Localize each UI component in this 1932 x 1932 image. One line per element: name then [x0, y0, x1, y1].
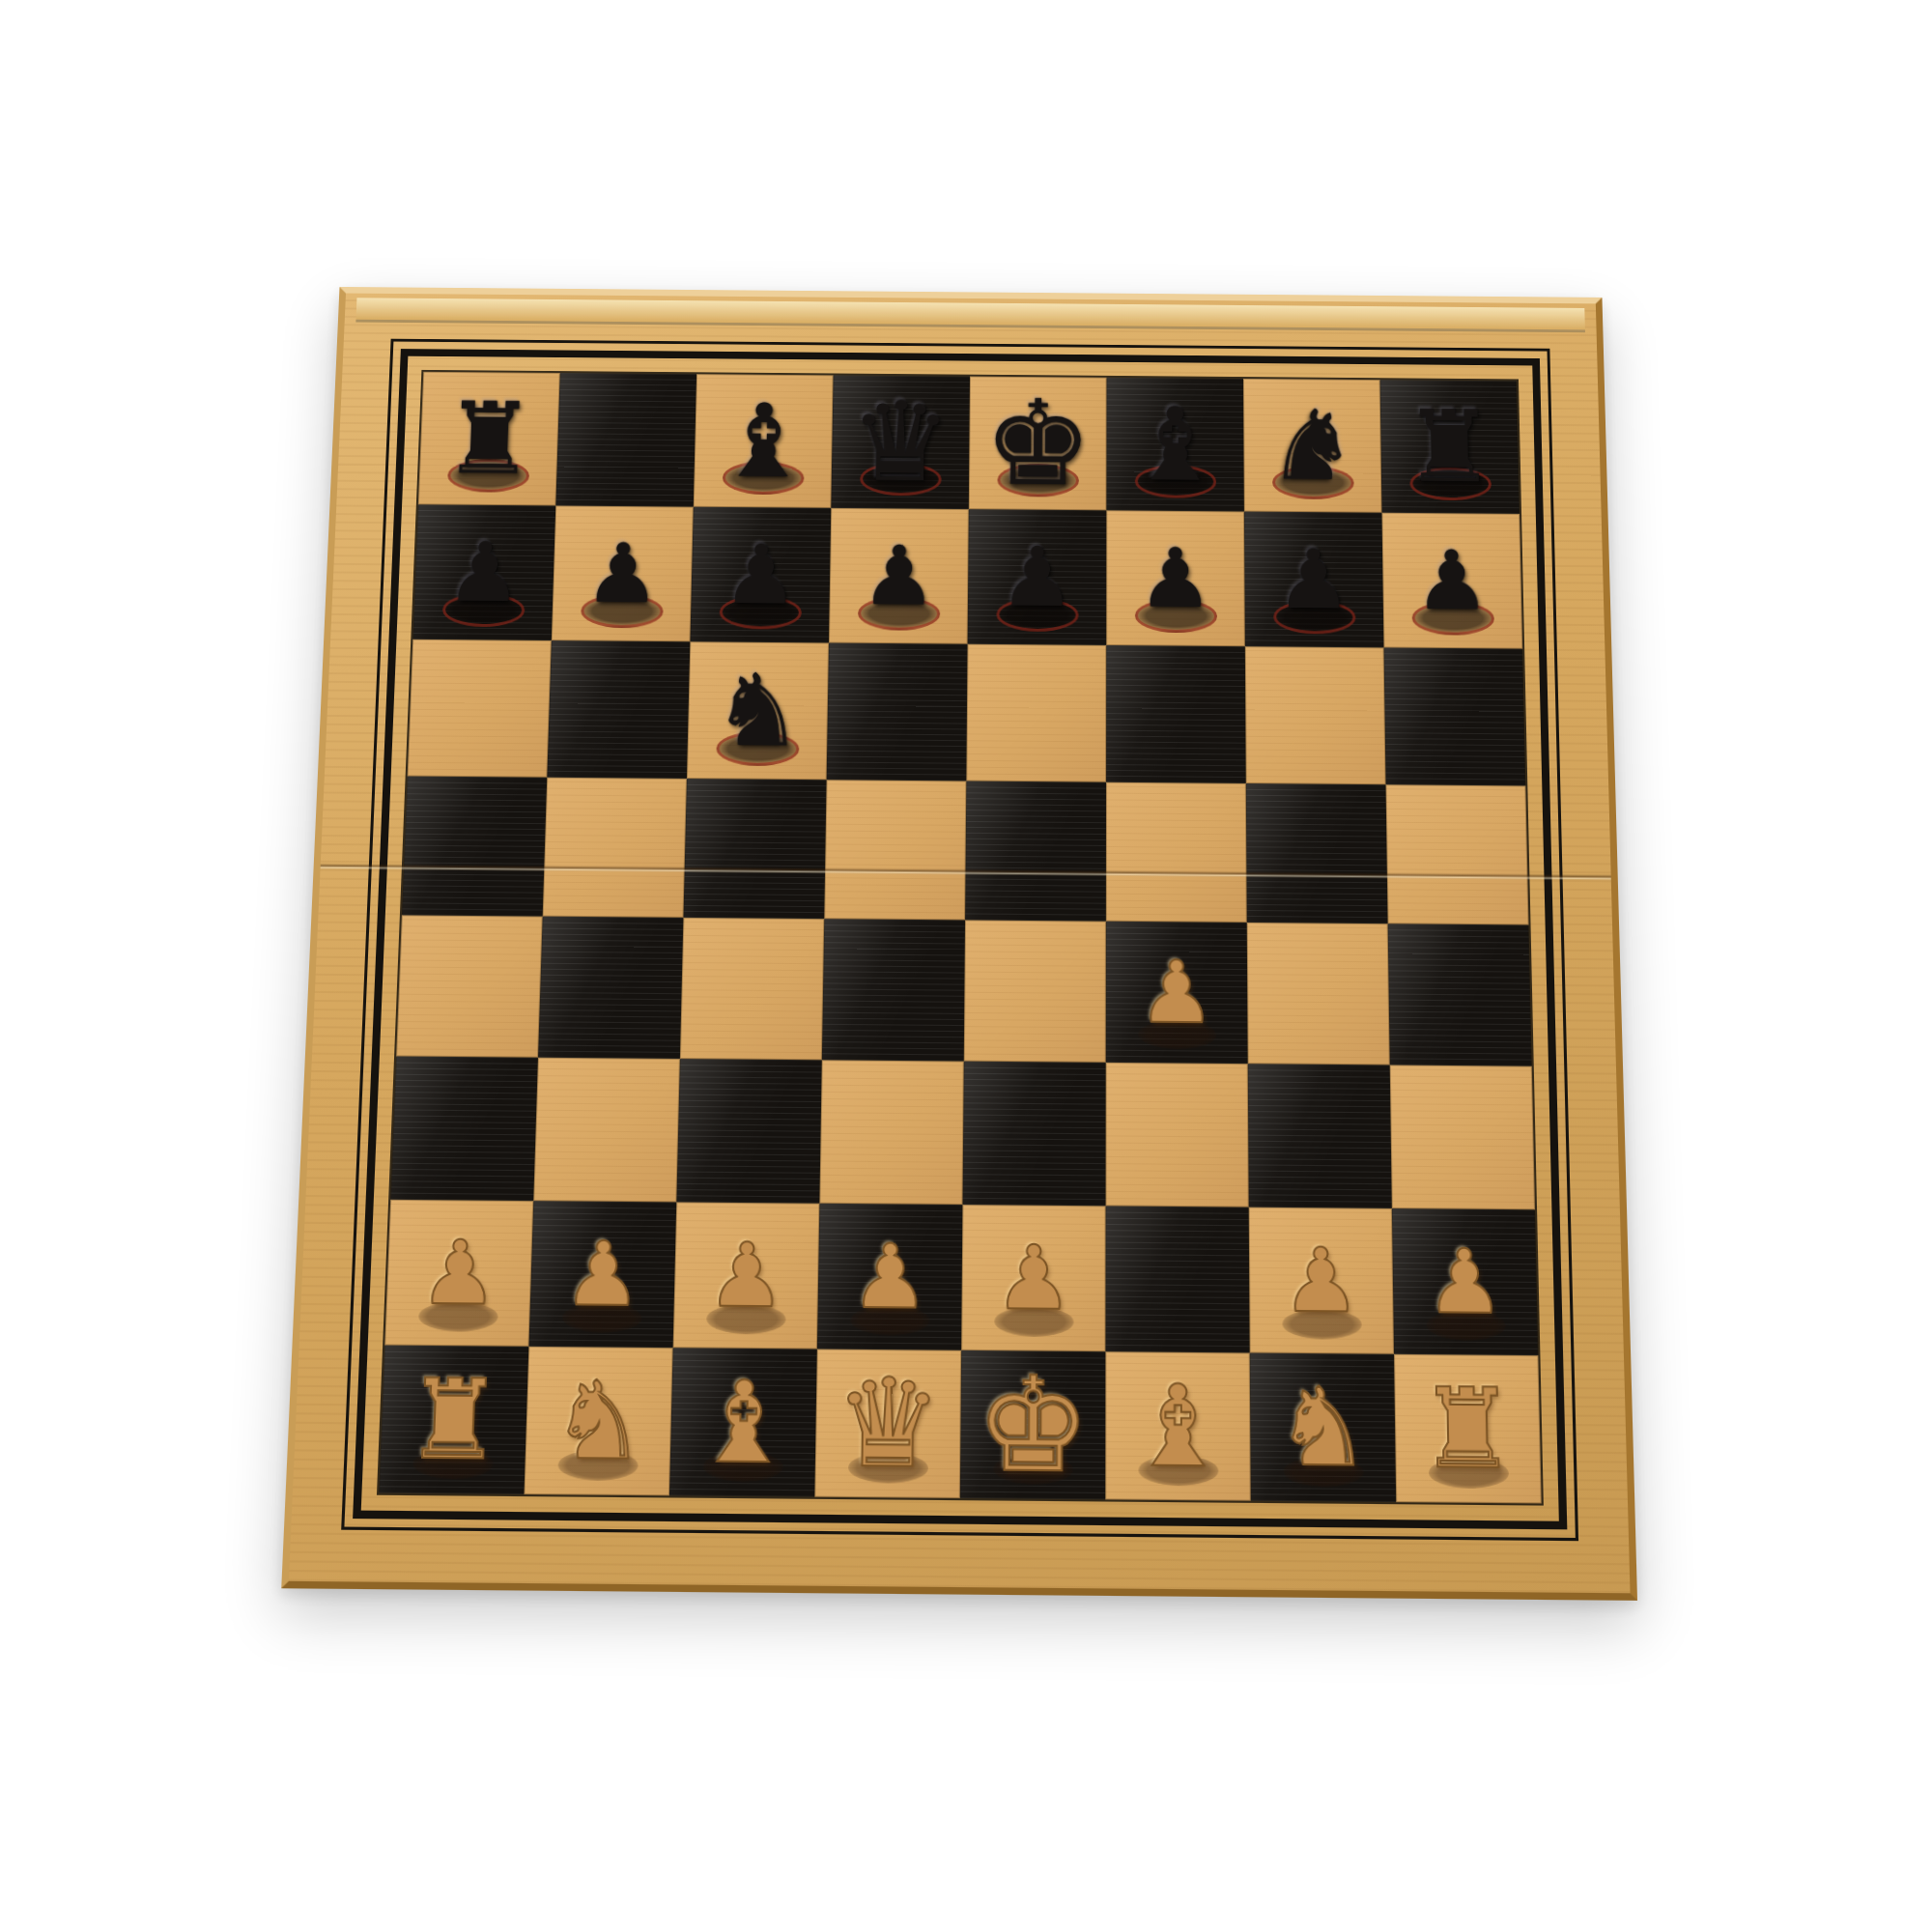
square-d6[interactable] [827, 643, 968, 781]
piece-black-bishop[interactable]: ♝ [1106, 378, 1244, 512]
square-e8[interactable]: ♚ [969, 377, 1107, 511]
square-f7[interactable]: ♟ [1106, 510, 1245, 646]
square-b1[interactable]: ♞ [524, 1347, 672, 1495]
square-h3[interactable] [1390, 1065, 1535, 1209]
square-a2[interactable]: ♟ [384, 1200, 533, 1347]
square-f3[interactable] [1106, 1063, 1249, 1207]
piece-black-queen[interactable]: ♛ [831, 375, 970, 509]
piece-white-knight[interactable]: ♞ [1250, 1352, 1397, 1502]
square-e4[interactable] [964, 920, 1106, 1062]
square-g5[interactable] [1246, 783, 1388, 923]
square-g4[interactable] [1247, 923, 1390, 1065]
piece-white-rook[interactable]: ♜ [1394, 1354, 1542, 1504]
square-g7[interactable]: ♟ [1244, 512, 1384, 648]
square-b2[interactable]: ♟ [528, 1201, 676, 1348]
piece-black-rook[interactable]: ♜ [418, 372, 560, 506]
square-b5[interactable] [543, 778, 687, 918]
square-c4[interactable] [680, 918, 824, 1060]
square-g1[interactable]: ♞ [1250, 1352, 1397, 1502]
square-a7[interactable]: ♟ [412, 504, 555, 640]
piece-white-bishop[interactable]: ♝ [1105, 1351, 1250, 1501]
square-e7[interactable]: ♟ [968, 509, 1107, 645]
square-d3[interactable] [819, 1060, 963, 1205]
square-g6[interactable] [1245, 646, 1386, 784]
square-a4[interactable] [396, 915, 543, 1057]
piece-black-pawn[interactable]: ♟ [552, 505, 694, 641]
square-f5[interactable] [1106, 782, 1247, 923]
piece-black-king[interactable]: ♚ [969, 377, 1107, 511]
square-e6[interactable] [966, 644, 1106, 782]
piece-white-pawn[interactable]: ♟ [961, 1205, 1105, 1351]
square-h7[interactable]: ♟ [1381, 513, 1522, 649]
piece-black-knight[interactable]: ♞ [687, 641, 829, 780]
square-e3[interactable] [962, 1062, 1105, 1207]
square-c3[interactable] [676, 1059, 822, 1204]
piece-black-knight[interactable]: ♞ [1243, 379, 1381, 513]
piece-black-rook[interactable]: ♜ [1380, 380, 1520, 514]
square-h4[interactable] [1388, 923, 1532, 1066]
square-f8[interactable]: ♝ [1106, 378, 1244, 512]
square-a3[interactable] [390, 1056, 538, 1201]
piece-black-pawn[interactable]: ♟ [1244, 512, 1384, 648]
piece-white-pawn[interactable]: ♟ [528, 1201, 676, 1348]
square-g2[interactable]: ♟ [1249, 1207, 1394, 1354]
board-outer-border-line: ♜♝♛♚♝♞♜♟♟♟♟♟♟♟♟♞♟♟♟♟♟♟♟♟♜♞♝♛♚♝♞♜ [341, 339, 1578, 1542]
piece-white-queen[interactable]: ♛ [814, 1350, 961, 1499]
square-h6[interactable] [1383, 647, 1525, 785]
square-c1[interactable]: ♝ [669, 1348, 817, 1496]
square-c5[interactable] [683, 779, 826, 919]
square-f6[interactable] [1106, 645, 1246, 783]
piece-white-pawn[interactable]: ♟ [1249, 1207, 1394, 1354]
square-g3[interactable] [1248, 1064, 1392, 1208]
piece-white-pawn[interactable]: ♟ [1392, 1208, 1539, 1355]
square-c8[interactable]: ♝ [694, 374, 834, 508]
piece-white-pawn[interactable]: ♟ [1106, 922, 1248, 1064]
square-f4[interactable]: ♟ [1106, 922, 1248, 1064]
piece-black-pawn[interactable]: ♟ [412, 504, 555, 640]
square-e1[interactable]: ♚ [960, 1350, 1106, 1500]
square-h1[interactable]: ♜ [1394, 1354, 1542, 1504]
piece-black-pawn[interactable]: ♟ [968, 509, 1107, 645]
square-d7[interactable]: ♟ [829, 508, 969, 644]
square-h8[interactable]: ♜ [1380, 380, 1520, 514]
piece-white-pawn[interactable]: ♟ [817, 1204, 963, 1350]
piece-white-king[interactable]: ♚ [960, 1350, 1106, 1500]
square-a1[interactable]: ♜ [379, 1346, 528, 1494]
square-f1[interactable]: ♝ [1105, 1351, 1250, 1501]
square-c6[interactable]: ♞ [687, 641, 829, 780]
square-a5[interactable] [402, 776, 547, 916]
chess-board: ♜♝♛♚♝♞♜♟♟♟♟♟♟♟♟♞♟♟♟♟♟♟♟♟♜♞♝♛♚♝♞♜ [281, 287, 1637, 1601]
square-b6[interactable] [547, 640, 690, 779]
square-d2[interactable]: ♟ [817, 1204, 963, 1350]
square-e5[interactable] [965, 781, 1106, 921]
piece-white-knight[interactable]: ♞ [524, 1347, 672, 1495]
photo-scene: ♜♝♛♚♝♞♜♟♟♟♟♟♟♟♟♞♟♟♟♟♟♟♟♟♜♞♝♛♚♝♞♜ [0, 0, 1932, 1932]
square-b4[interactable] [538, 917, 683, 1059]
square-c2[interactable]: ♟ [673, 1202, 820, 1349]
square-g8[interactable]: ♞ [1243, 379, 1381, 513]
piece-black-pawn[interactable]: ♟ [1106, 510, 1245, 646]
piece-white-rook[interactable]: ♜ [379, 1346, 528, 1494]
piece-black-pawn[interactable]: ♟ [690, 507, 831, 643]
piece-black-pawn[interactable]: ♟ [829, 508, 969, 644]
piece-black-bishop[interactable]: ♝ [694, 374, 834, 508]
square-a8[interactable]: ♜ [418, 372, 560, 506]
square-d8[interactable]: ♛ [831, 375, 970, 509]
square-b7[interactable]: ♟ [552, 505, 694, 641]
square-a6[interactable] [408, 639, 552, 778]
square-c7[interactable]: ♟ [690, 507, 831, 643]
square-b8[interactable] [555, 373, 696, 507]
piece-white-pawn[interactable]: ♟ [673, 1202, 820, 1349]
piece-black-pawn[interactable]: ♟ [1381, 513, 1522, 649]
board-grid: ♜♝♛♚♝♞♜♟♟♟♟♟♟♟♟♞♟♟♟♟♟♟♟♟♜♞♝♛♚♝♞♜ [377, 370, 1544, 1506]
square-h2[interactable]: ♟ [1392, 1208, 1539, 1355]
board-inner-border-line: ♜♝♛♚♝♞♜♟♟♟♟♟♟♟♟♞♟♟♟♟♟♟♟♟♜♞♝♛♚♝♞♜ [353, 349, 1567, 1529]
square-e2[interactable]: ♟ [961, 1205, 1105, 1351]
square-d1[interactable]: ♛ [814, 1350, 961, 1499]
square-h5[interactable] [1386, 784, 1529, 924]
piece-white-pawn[interactable]: ♟ [384, 1200, 533, 1347]
piece-white-bishop[interactable]: ♝ [669, 1348, 817, 1496]
square-d4[interactable] [822, 919, 965, 1061]
square-b3[interactable] [533, 1058, 680, 1203]
square-f2[interactable] [1105, 1206, 1249, 1352]
square-d5[interactable] [824, 780, 966, 920]
